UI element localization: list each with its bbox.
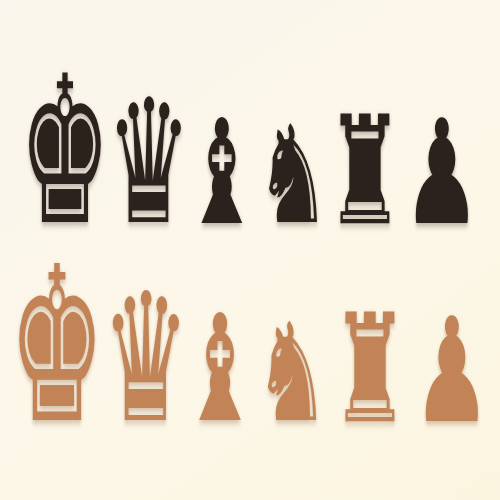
white-bishop-piece: ♝ bbox=[180, 295, 260, 443]
white-king-piece: ♚ bbox=[9, 238, 105, 453]
black-bishop-piece: ♝ bbox=[183, 100, 261, 245]
white-queen-piece: ♛ bbox=[102, 270, 190, 448]
black-pawn-piece: ♟ bbox=[403, 100, 481, 245]
black-rook-piece: ♜ bbox=[326, 96, 404, 246]
white-knight-piece: ♞ bbox=[254, 305, 330, 441]
white-pawn-piece: ♟ bbox=[413, 298, 491, 443]
white-rook-piece: ♜ bbox=[331, 294, 409, 444]
black-knight-piece: ♞ bbox=[255, 108, 330, 243]
black-queen-piece: ♛ bbox=[107, 77, 192, 249]
chess-set-photo: ♚ ♛ ♝ ♞ ♜ ♟ ♚ ♛ ♝ ♞ ♜ ♟ bbox=[0, 0, 500, 500]
